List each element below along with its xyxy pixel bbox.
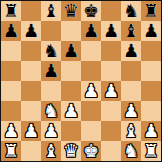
- square-a7[interactable]: ♟: [1, 21, 21, 41]
- square-e3[interactable]: [81, 101, 101, 121]
- black-knight-g8[interactable]: ♞: [123, 1, 139, 21]
- white-pawn-b2[interactable]: ♟: [23, 121, 39, 141]
- square-c5[interactable]: ♟: [41, 61, 61, 81]
- square-b1[interactable]: [21, 141, 41, 161]
- square-a4[interactable]: [1, 81, 21, 101]
- square-h5[interactable]: [141, 61, 161, 81]
- black-rook-a8[interactable]: ♜: [3, 1, 19, 21]
- white-knight-c3[interactable]: ♞: [43, 101, 59, 121]
- white-pawn-d3[interactable]: ♟: [63, 101, 79, 121]
- square-d8[interactable]: ♛: [61, 1, 81, 21]
- square-b6[interactable]: [21, 41, 41, 61]
- white-pawn-a2[interactable]: ♟: [3, 121, 19, 141]
- black-pawn-b7[interactable]: ♟: [23, 21, 39, 41]
- black-king-e8[interactable]: ♚: [83, 1, 99, 21]
- square-g6[interactable]: ♟: [121, 41, 141, 61]
- square-f4[interactable]: ♟: [101, 81, 121, 101]
- square-g7[interactable]: ♝: [121, 21, 141, 41]
- square-f7[interactable]: ♟: [101, 21, 121, 41]
- square-e7[interactable]: ♟: [81, 21, 101, 41]
- black-pawn-g6[interactable]: ♟: [123, 41, 139, 61]
- square-c7[interactable]: [41, 21, 61, 41]
- square-b4[interactable]: [21, 81, 41, 101]
- black-pawn-f7[interactable]: ♟: [103, 21, 119, 41]
- white-pawn-g3[interactable]: ♟: [123, 101, 139, 121]
- white-pawn-c2[interactable]: ♟: [43, 121, 59, 141]
- white-rook-h1[interactable]: ♜: [143, 141, 159, 161]
- white-queen-d1[interactable]: ♛: [63, 141, 79, 161]
- square-d7[interactable]: [61, 21, 81, 41]
- square-h3[interactable]: [141, 101, 161, 121]
- black-rook-h8[interactable]: ♜: [143, 1, 159, 21]
- square-f1[interactable]: [101, 141, 121, 161]
- square-g3[interactable]: ♟: [121, 101, 141, 121]
- square-c2[interactable]: ♟: [41, 121, 61, 141]
- square-f5[interactable]: [101, 61, 121, 81]
- white-rook-a1[interactable]: ♜: [3, 141, 19, 161]
- square-h7[interactable]: ♟: [141, 21, 161, 41]
- square-e4[interactable]: ♟: [81, 81, 101, 101]
- black-pawn-h7[interactable]: ♟: [143, 21, 159, 41]
- square-a3[interactable]: [1, 101, 21, 121]
- square-e5[interactable]: [81, 61, 101, 81]
- square-c8[interactable]: ♝: [41, 1, 61, 21]
- square-f2[interactable]: [101, 121, 121, 141]
- square-b2[interactable]: ♟: [21, 121, 41, 141]
- square-b5[interactable]: [21, 61, 41, 81]
- square-d6[interactable]: ♟: [61, 41, 81, 61]
- square-f6[interactable]: [101, 41, 121, 61]
- square-c6[interactable]: ♞: [41, 41, 61, 61]
- square-g2[interactable]: ♝: [121, 121, 141, 141]
- square-g8[interactable]: ♞: [121, 1, 141, 21]
- square-h2[interactable]: ♟: [141, 121, 161, 141]
- black-queen-d8[interactable]: ♛: [63, 1, 79, 21]
- square-e6[interactable]: [81, 41, 101, 61]
- square-c4[interactable]: [41, 81, 61, 101]
- square-a2[interactable]: ♟: [1, 121, 21, 141]
- square-c1[interactable]: ♝: [41, 141, 61, 161]
- square-a6[interactable]: [1, 41, 21, 61]
- square-e2[interactable]: [81, 121, 101, 141]
- square-b8[interactable]: [21, 1, 41, 21]
- white-bishop-g2[interactable]: ♝: [123, 121, 139, 141]
- square-h4[interactable]: [141, 81, 161, 101]
- white-king-e1[interactable]: ♚: [83, 141, 99, 161]
- black-pawn-a7[interactable]: ♟: [3, 21, 19, 41]
- black-pawn-e7[interactable]: ♟: [83, 21, 99, 41]
- square-d2[interactable]: [61, 121, 81, 141]
- square-f3[interactable]: [101, 101, 121, 121]
- square-d5[interactable]: [61, 61, 81, 81]
- black-bishop-g7[interactable]: ♝: [123, 21, 139, 41]
- square-c3[interactable]: ♞: [41, 101, 61, 121]
- square-d3[interactable]: ♟: [61, 101, 81, 121]
- square-b3[interactable]: [21, 101, 41, 121]
- square-d4[interactable]: [61, 81, 81, 101]
- square-f8[interactable]: [101, 1, 121, 21]
- square-h8[interactable]: ♜: [141, 1, 161, 21]
- square-a8[interactable]: ♜: [1, 1, 21, 21]
- square-d1[interactable]: ♛: [61, 141, 81, 161]
- square-e8[interactable]: ♚: [81, 1, 101, 21]
- square-h6[interactable]: [141, 41, 161, 61]
- black-pawn-d6[interactable]: ♟: [63, 41, 79, 61]
- square-g1[interactable]: ♞: [121, 141, 141, 161]
- square-b7[interactable]: ♟: [21, 21, 41, 41]
- white-bishop-c1[interactable]: ♝: [43, 141, 59, 161]
- white-pawn-f4[interactable]: ♟: [103, 81, 119, 101]
- square-g4[interactable]: [121, 81, 141, 101]
- white-knight-g1[interactable]: ♞: [123, 141, 139, 161]
- square-a5[interactable]: [1, 61, 21, 81]
- white-pawn-h2[interactable]: ♟: [143, 121, 159, 141]
- black-knight-c6[interactable]: ♞: [43, 41, 59, 61]
- black-bishop-c8[interactable]: ♝: [43, 1, 59, 21]
- square-a1[interactable]: ♜: [1, 141, 21, 161]
- black-pawn-c5[interactable]: ♟: [43, 61, 59, 81]
- white-pawn-e4[interactable]: ♟: [83, 81, 99, 101]
- chess-board: ♜♝♛♚♞♜♟♟♟♟♝♟♞♟♟♟♟♟♞♟♟♟♟♟♝♟♜♝♛♚♞♜: [0, 0, 162, 162]
- square-e1[interactable]: ♚: [81, 141, 101, 161]
- square-g5[interactable]: [121, 61, 141, 81]
- square-h1[interactable]: ♜: [141, 141, 161, 161]
